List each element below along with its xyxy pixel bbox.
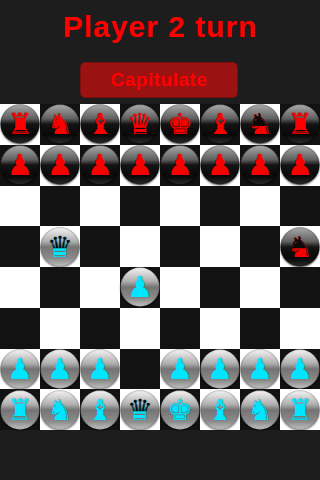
square-d6[interactable] (120, 186, 160, 227)
square-d8[interactable]: ♛ (120, 104, 160, 145)
piece-cyan-pawn-c2[interactable]: ♟ (81, 349, 120, 388)
square-c7[interactable]: ♟ (80, 145, 120, 186)
square-b8[interactable]: ♞ (40, 104, 80, 145)
square-g7[interactable]: ♟ (240, 145, 280, 186)
piece-red-rook-a8[interactable]: ♜ (1, 105, 40, 144)
red-knight-icon: ♞ (241, 105, 280, 144)
square-a2[interactable]: ♟ (0, 349, 40, 390)
square-b5[interactable]: ♛♛ (40, 226, 80, 267)
red-king-icon: ♚ (161, 105, 200, 144)
cyan-pawn-icon: ♟ (281, 349, 320, 388)
square-h2[interactable]: ♟ (280, 349, 320, 390)
square-d4[interactable]: ♟ (120, 267, 160, 308)
app-root: Player 2 turn Capitulate ♜♞♝♛♚♝♞♞♜♟♟♟♟♟♟… (0, 0, 320, 480)
piece-cyan-rook-a1[interactable]: ♜ (1, 390, 40, 429)
square-c1[interactable]: ♝ (80, 389, 120, 430)
cyan-bishop-icon: ♝ (201, 390, 240, 429)
piece-red-pawn-c7[interactable]: ♟ (81, 146, 120, 185)
piece-cyan-king-e1[interactable]: ♚ (161, 390, 200, 429)
square-h5[interactable]: ♞♞ (280, 226, 320, 267)
cyan-pawn-icon: ♟ (121, 268, 160, 307)
red-pawn-icon: ♟ (201, 146, 240, 185)
square-c8[interactable]: ♝ (80, 104, 120, 145)
square-b1[interactable]: ♞ (40, 389, 80, 430)
square-h1[interactable]: ♜ (280, 389, 320, 430)
piece-cyan-queen-d1[interactable]: ♛♛ (121, 390, 160, 429)
cyan-knight-icon: ♞ (241, 390, 280, 429)
twotone-overlay-icon: ♛ (41, 227, 80, 266)
square-c5[interactable] (80, 226, 120, 267)
cyan-pawn-icon: ♟ (41, 349, 80, 388)
piece-red-pawn-e7[interactable]: ♟ (161, 146, 200, 185)
red-pawn-icon: ♟ (41, 146, 80, 185)
square-e6[interactable] (160, 186, 200, 227)
square-d7[interactable]: ♟ (120, 145, 160, 186)
square-g4[interactable] (240, 267, 280, 308)
square-b7[interactable]: ♟ (40, 145, 80, 186)
piece-red-king-e8[interactable]: ♚ (161, 105, 200, 144)
piece-red-bishop-f8[interactable]: ♝ (201, 105, 240, 144)
piece-red-rook-h8[interactable]: ♜ (281, 105, 320, 144)
red-rook-icon: ♜ (1, 105, 40, 144)
square-d1[interactable]: ♛♛ (120, 389, 160, 430)
square-d2[interactable] (120, 349, 160, 390)
cyan-bishop-icon: ♝ (81, 390, 120, 429)
turn-status-title: Player 2 turn (0, 10, 320, 44)
square-c4[interactable] (80, 267, 120, 308)
piece-cyan-pawn-h2[interactable]: ♟ (281, 349, 320, 388)
square-e5[interactable] (160, 226, 200, 267)
twotone-overlay-icon: ♞ (281, 227, 320, 266)
square-b6[interactable] (40, 186, 80, 227)
square-g2[interactable]: ♟ (240, 349, 280, 390)
piece-cyan-pawn-e2[interactable]: ♟ (161, 349, 200, 388)
square-e8[interactable]: ♚ (160, 104, 200, 145)
square-c3[interactable] (80, 308, 120, 349)
piece-cyan-queen-b5[interactable]: ♛♛ (41, 227, 80, 266)
piece-red-pawn-b7[interactable]: ♟ (41, 146, 80, 185)
square-e2[interactable]: ♟ (160, 349, 200, 390)
square-e3[interactable] (160, 308, 200, 349)
piece-cyan-pawn-a2[interactable]: ♟ (1, 349, 40, 388)
square-f3[interactable] (200, 308, 240, 349)
piece-cyan-pawn-b2[interactable]: ♟ (41, 349, 80, 388)
square-e1[interactable]: ♚ (160, 389, 200, 430)
cyan-queen-icon: ♛ (121, 390, 160, 429)
square-g5[interactable] (240, 226, 280, 267)
square-f5[interactable] (200, 226, 240, 267)
twotone-overlay-icon: ♞ (241, 105, 280, 144)
red-knight-icon: ♞ (41, 105, 80, 144)
red-pawn-icon: ♟ (81, 146, 120, 185)
piece-red-knight-b8[interactable]: ♞ (41, 105, 80, 144)
piece-cyan-knight-b1[interactable]: ♞ (41, 390, 80, 429)
square-d3[interactable] (120, 308, 160, 349)
red-pawn-icon: ♟ (1, 146, 40, 185)
piece-cyan-pawn-g2[interactable]: ♟ (241, 349, 280, 388)
square-a7[interactable]: ♟ (0, 145, 40, 186)
piece-cyan-bishop-f1[interactable]: ♝ (201, 390, 240, 429)
square-c6[interactable] (80, 186, 120, 227)
red-queen-icon: ♛ (121, 105, 160, 144)
red-bishop-icon: ♝ (81, 105, 120, 144)
square-g3[interactable] (240, 308, 280, 349)
square-f2[interactable]: ♟ (200, 349, 240, 390)
piece-red-pawn-a7[interactable]: ♟ (1, 146, 40, 185)
square-h8[interactable]: ♜ (280, 104, 320, 145)
cyan-pawn-icon: ♟ (1, 349, 40, 388)
cyan-pawn-icon: ♟ (81, 349, 120, 388)
piece-cyan-pawn-d4[interactable]: ♟ (121, 268, 160, 307)
red-pawn-icon: ♟ (161, 146, 200, 185)
piece-cyan-pawn-f2[interactable]: ♟ (201, 349, 240, 388)
square-a4[interactable] (0, 267, 40, 308)
twotone-overlay-icon: ♛ (121, 390, 160, 429)
cyan-pawn-icon: ♟ (241, 349, 280, 388)
piece-cyan-rook-h1[interactable]: ♜ (281, 390, 320, 429)
red-rook-icon: ♜ (281, 105, 320, 144)
square-f8[interactable]: ♝ (200, 104, 240, 145)
square-f4[interactable] (200, 267, 240, 308)
square-e4[interactable] (160, 267, 200, 308)
red-pawn-icon: ♟ (281, 146, 320, 185)
cyan-pawn-icon: ♟ (161, 349, 200, 388)
cyan-rook-icon: ♜ (281, 390, 320, 429)
piece-red-pawn-h7[interactable]: ♟ (281, 146, 320, 185)
cyan-queen-icon: ♛ (41, 227, 80, 266)
piece-red-pawn-f7[interactable]: ♟ (201, 146, 240, 185)
square-h3[interactable] (280, 308, 320, 349)
square-b2[interactable]: ♟ (40, 349, 80, 390)
piece-red-knight-g8[interactable]: ♞♞ (241, 105, 280, 144)
piece-cyan-knight-g1[interactable]: ♞ (241, 390, 280, 429)
red-bishop-icon: ♝ (201, 105, 240, 144)
cyan-rook-icon: ♜ (1, 390, 40, 429)
piece-red-pawn-g7[interactable]: ♟ (241, 146, 280, 185)
square-d5[interactable] (120, 226, 160, 267)
piece-cyan-bishop-c1[interactable]: ♝ (81, 390, 120, 429)
square-h4[interactable] (280, 267, 320, 308)
square-a3[interactable] (0, 308, 40, 349)
red-pawn-icon: ♟ (121, 146, 160, 185)
cyan-king-icon: ♚ (161, 390, 200, 429)
piece-red-pawn-d7[interactable]: ♟ (121, 146, 160, 185)
square-a8[interactable]: ♜ (0, 104, 40, 145)
square-a5[interactable] (0, 226, 40, 267)
square-g6[interactable] (240, 186, 280, 227)
piece-red-queen-d8[interactable]: ♛ (121, 105, 160, 144)
square-g1[interactable]: ♞ (240, 389, 280, 430)
square-c2[interactable]: ♟ (80, 349, 120, 390)
square-a6[interactable] (0, 186, 40, 227)
red-knight-icon: ♞ (281, 227, 320, 266)
cyan-knight-icon: ♞ (41, 390, 80, 429)
square-a1[interactable]: ♜ (0, 389, 40, 430)
square-b4[interactable] (40, 267, 80, 308)
piece-red-knight-h5[interactable]: ♞♞ (281, 227, 320, 266)
chess-board: ♜♞♝♛♚♝♞♞♜♟♟♟♟♟♟♟♟♛♛♞♞♟♟♟♟♟♟♟♟♜♞♝♛♛♚♝♞♜ (0, 104, 320, 430)
square-f7[interactable]: ♟ (200, 145, 240, 186)
square-f1[interactable]: ♝ (200, 389, 240, 430)
square-h6[interactable] (280, 186, 320, 227)
cyan-pawn-icon: ♟ (201, 349, 240, 388)
capitulate-button[interactable]: Capitulate (80, 62, 238, 98)
square-g8[interactable]: ♞♞ (240, 104, 280, 145)
square-b3[interactable] (40, 308, 80, 349)
red-pawn-icon: ♟ (241, 146, 280, 185)
square-h7[interactable]: ♟ (280, 145, 320, 186)
piece-red-bishop-c8[interactable]: ♝ (81, 105, 120, 144)
square-e7[interactable]: ♟ (160, 145, 200, 186)
square-f6[interactable] (200, 186, 240, 227)
